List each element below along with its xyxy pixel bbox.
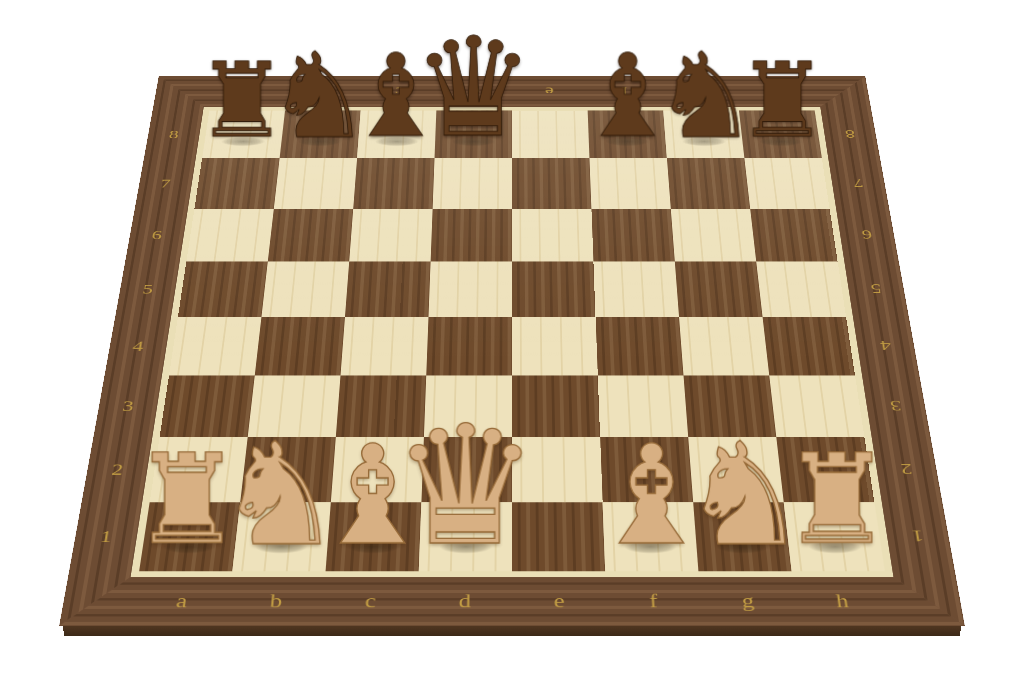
square-f5[interactable]: [593, 261, 679, 317]
square-c6[interactable]: [349, 209, 432, 262]
square-d7[interactable]: [433, 158, 512, 208]
coord-bottom-f: f: [605, 577, 702, 625]
coord-right-6: 6: [836, 209, 898, 262]
coord-bottom-b: b: [226, 577, 325, 625]
square-e7[interactable]: [512, 158, 591, 208]
square-g7[interactable]: [667, 158, 750, 208]
square-b1[interactable]: ♞: [232, 502, 330, 571]
square-c7[interactable]: [353, 158, 434, 208]
square-e5[interactable]: [512, 261, 596, 317]
piece-black-knight-g8[interactable]: ♞: [653, 36, 758, 154]
square-h6[interactable]: [750, 209, 837, 262]
square-e4[interactable]: [512, 317, 598, 375]
square-b8[interactable]: ♞: [280, 111, 361, 159]
coord-left-7: 7: [135, 158, 196, 208]
coord-bottom-a: a: [131, 577, 232, 625]
square-b4[interactable]: [255, 317, 345, 375]
square-f4[interactable]: [596, 317, 684, 375]
square-a5[interactable]: [178, 261, 268, 317]
coord-right-8: 8: [821, 111, 880, 159]
square-d8[interactable]: ♛: [435, 111, 512, 159]
coord-bottom-e: e: [512, 577, 607, 625]
coord-left-6: 6: [125, 209, 187, 262]
square-b6[interactable]: [268, 209, 353, 262]
square-a4[interactable]: [169, 317, 261, 375]
square-g4[interactable]: [679, 317, 769, 375]
square-f7[interactable]: [589, 158, 670, 208]
square-d6[interactable]: [431, 209, 512, 262]
photo-background: ♜♞♝♛♝♞♜♜♞♝♛♝♞♜ abcdefghabcdefgh876543218…: [0, 0, 1024, 683]
coord-bottom-d: d: [417, 577, 512, 625]
coord-right-7: 7: [828, 158, 889, 208]
piece-white-knight-g1[interactable]: ♞: [681, 423, 808, 564]
square-c4[interactable]: [341, 317, 429, 375]
square-c5[interactable]: [345, 261, 431, 317]
board-squares-grid: ♜♞♝♛♝♞♜♜♞♝♛♝♞♜: [139, 111, 885, 572]
coord-bottom-g: g: [699, 577, 798, 625]
square-a6[interactable]: [186, 209, 273, 262]
square-d4[interactable]: [426, 317, 512, 375]
square-e6[interactable]: [512, 209, 593, 262]
square-f6[interactable]: [591, 209, 674, 262]
square-b5[interactable]: [261, 261, 349, 317]
square-g5[interactable]: [675, 261, 763, 317]
coord-left-8: 8: [144, 111, 203, 159]
chess-board: ♜♞♝♛♝♞♜♜♞♝♛♝♞♜ abcdefghabcdefgh876543218…: [59, 76, 964, 626]
board-front-edge: [62, 626, 961, 636]
square-h7[interactable]: [744, 158, 829, 208]
square-a7[interactable]: [194, 158, 279, 208]
piece-white-knight-b1[interactable]: ♞: [216, 423, 343, 564]
piece-black-queen-d8[interactable]: ♛: [412, 19, 535, 156]
piece-white-queen-d1[interactable]: ♛: [392, 403, 540, 568]
coord-bottom-c: c: [321, 577, 418, 625]
coord-bottom-h: h: [792, 577, 893, 625]
square-d1[interactable]: ♛: [419, 502, 512, 571]
piece-black-knight-b8[interactable]: ♞: [266, 36, 371, 154]
square-g6[interactable]: [671, 209, 756, 262]
square-h5[interactable]: [756, 261, 846, 317]
square-g1[interactable]: ♞: [693, 502, 791, 571]
square-b7[interactable]: [274, 158, 357, 208]
square-d5[interactable]: [428, 261, 512, 317]
square-h4[interactable]: [763, 317, 855, 375]
square-g8[interactable]: ♞: [663, 111, 744, 159]
